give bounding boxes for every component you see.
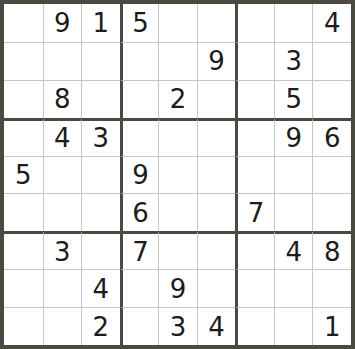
sudoku-cell[interactable]: 5 — [120, 4, 159, 42]
sudoku-cell[interactable] — [120, 80, 159, 118]
sudoku-cell[interactable] — [158, 42, 197, 80]
given-digit: 3 — [93, 125, 110, 151]
given-digit: 3 — [54, 239, 71, 265]
sudoku-cell[interactable] — [43, 193, 82, 231]
sudoku-cell[interactable]: 7 — [120, 231, 159, 269]
sudoku-cell[interactable] — [158, 231, 197, 269]
sudoku-cell[interactable] — [81, 80, 120, 118]
sudoku-cell[interactable] — [274, 4, 313, 42]
sudoku-cell[interactable]: 1 — [81, 4, 120, 42]
sudoku-cell[interactable]: 5 — [274, 80, 313, 118]
sudoku-cell[interactable] — [274, 156, 313, 194]
sudoku-cell[interactable] — [197, 269, 236, 307]
sudoku-cell[interactable] — [274, 193, 313, 231]
given-digit: 3 — [285, 48, 302, 74]
given-digit: 4 — [93, 276, 110, 302]
given-digit: 7 — [248, 200, 265, 226]
sudoku-cell[interactable] — [235, 4, 274, 42]
sudoku-cell[interactable] — [81, 42, 120, 80]
sudoku-cell[interactable]: 4 — [274, 231, 313, 269]
given-digit: 4 — [208, 314, 225, 340]
given-digit: 4 — [54, 125, 71, 151]
sudoku-cell[interactable]: 8 — [312, 231, 351, 269]
given-digit: 1 — [93, 10, 110, 36]
given-digit: 4 — [285, 239, 302, 265]
sudoku-board: 915493825439659673748492341 — [0, 0, 355, 349]
sudoku-cell[interactable] — [197, 118, 236, 156]
sudoku-cell[interactable] — [235, 307, 274, 345]
sudoku-cell[interactable] — [274, 269, 313, 307]
given-digit: 5 — [285, 86, 302, 112]
given-digit: 2 — [170, 86, 187, 112]
sudoku-cell[interactable]: 3 — [81, 118, 120, 156]
sudoku-cell[interactable]: 9 — [274, 118, 313, 156]
sudoku-cell[interactable]: 6 — [120, 193, 159, 231]
sudoku-cell[interactable] — [4, 269, 43, 307]
sudoku-cell[interactable] — [158, 4, 197, 42]
sudoku-cell[interactable] — [274, 307, 313, 345]
sudoku-cell[interactable] — [43, 269, 82, 307]
sudoku-cell[interactable] — [235, 118, 274, 156]
sudoku-cell[interactable]: 4 — [43, 118, 82, 156]
sudoku-cell[interactable]: 1 — [312, 307, 351, 345]
sudoku-cell[interactable] — [43, 156, 82, 194]
sudoku-cell[interactable] — [197, 231, 236, 269]
sudoku-cell[interactable]: 4 — [197, 307, 236, 345]
sudoku-cell[interactable]: 6 — [312, 118, 351, 156]
sudoku-cell[interactable]: 9 — [158, 269, 197, 307]
given-digit: 9 — [132, 162, 149, 188]
sudoku-cell[interactable] — [4, 80, 43, 118]
sudoku-cell[interactable]: 9 — [120, 156, 159, 194]
given-digit: 4 — [324, 10, 341, 36]
sudoku-page: 915493825439659673748492341 — [0, 0, 355, 349]
given-digit: 2 — [93, 314, 110, 340]
given-digit: 6 — [132, 200, 149, 226]
sudoku-cell[interactable]: 9 — [197, 42, 236, 80]
sudoku-cell[interactable]: 4 — [312, 4, 351, 42]
given-digit: 8 — [54, 86, 71, 112]
sudoku-cell[interactable] — [235, 42, 274, 80]
sudoku-cell[interactable]: 9 — [43, 4, 82, 42]
sudoku-cell[interactable] — [235, 231, 274, 269]
sudoku-cell[interactable]: 2 — [81, 307, 120, 345]
sudoku-cell[interactable] — [312, 269, 351, 307]
sudoku-cell[interactable] — [4, 4, 43, 42]
given-digit: 7 — [132, 239, 149, 265]
sudoku-cell[interactable] — [197, 4, 236, 42]
sudoku-cell[interactable]: 4 — [81, 269, 120, 307]
sudoku-cell[interactable]: 2 — [158, 80, 197, 118]
sudoku-cell[interactable] — [4, 118, 43, 156]
sudoku-cell[interactable] — [120, 118, 159, 156]
given-digit: 3 — [170, 314, 187, 340]
sudoku-cell[interactable]: 3 — [43, 231, 82, 269]
sudoku-cell[interactable] — [4, 231, 43, 269]
sudoku-cell[interactable] — [4, 193, 43, 231]
sudoku-cell[interactable] — [197, 80, 236, 118]
sudoku-cell[interactable] — [312, 42, 351, 80]
sudoku-cell[interactable]: 8 — [43, 80, 82, 118]
sudoku-cell[interactable] — [81, 156, 120, 194]
sudoku-cell[interactable] — [235, 80, 274, 118]
sudoku-cell[interactable] — [43, 307, 82, 345]
sudoku-cell[interactable]: 5 — [4, 156, 43, 194]
given-digit: 5 — [132, 10, 149, 36]
sudoku-cell[interactable] — [197, 156, 236, 194]
sudoku-cell[interactable] — [120, 307, 159, 345]
sudoku-cell[interactable] — [4, 307, 43, 345]
sudoku-cell[interactable] — [158, 118, 197, 156]
sudoku-cell[interactable] — [4, 42, 43, 80]
sudoku-cell[interactable]: 7 — [235, 193, 274, 231]
sudoku-cell[interactable] — [81, 193, 120, 231]
given-digit: 9 — [170, 276, 187, 302]
sudoku-cell[interactable] — [43, 42, 82, 80]
sudoku-cell[interactable] — [81, 231, 120, 269]
given-digit: 1 — [324, 314, 341, 340]
sudoku-cell[interactable] — [158, 156, 197, 194]
given-digit: 9 — [285, 125, 302, 151]
given-digit: 8 — [324, 239, 341, 265]
sudoku-cell[interactable] — [235, 156, 274, 194]
given-digit: 9 — [208, 48, 225, 74]
sudoku-cell[interactable] — [312, 156, 351, 194]
sudoku-cell[interactable]: 3 — [158, 307, 197, 345]
given-digit: 5 — [15, 162, 32, 188]
sudoku-cell[interactable] — [312, 80, 351, 118]
sudoku-cell[interactable] — [235, 269, 274, 307]
sudoku-cell[interactable] — [120, 42, 159, 80]
sudoku-cell[interactable] — [120, 269, 159, 307]
sudoku-cell[interactable] — [197, 193, 236, 231]
given-digit: 9 — [54, 10, 71, 36]
given-digit: 6 — [324, 125, 341, 151]
sudoku-cell[interactable] — [312, 193, 351, 231]
sudoku-cell[interactable]: 3 — [274, 42, 313, 80]
sudoku-cell[interactable] — [158, 193, 197, 231]
